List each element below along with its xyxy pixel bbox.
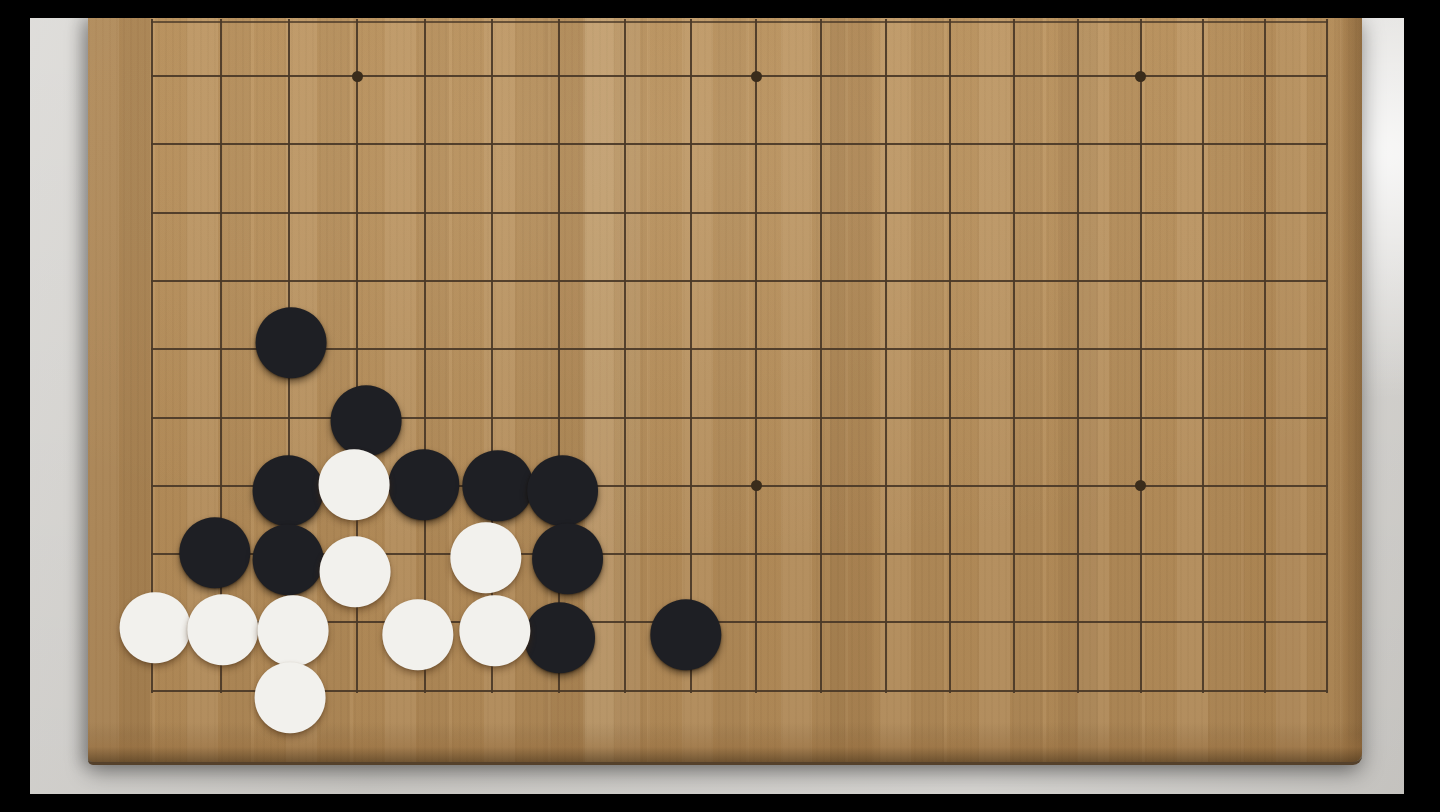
wood-plank-shade: [88, 12, 150, 762]
letterbox-bottom: [0, 794, 1440, 812]
go-board: [88, 12, 1362, 762]
video-frame: ●●●●●●●●●●●●●●●●●●●●: [0, 0, 1440, 812]
wood-plank-shade: [545, 12, 585, 762]
wood-plank-shade: [830, 12, 872, 762]
letterbox-left: [0, 0, 30, 812]
letterbox-right: [1404, 0, 1440, 812]
wood-plank-shade: [1058, 12, 1098, 762]
letterbox-top: [0, 0, 1440, 18]
wood-plank-shade: [585, 12, 640, 762]
wood-plank-shade: [1240, 12, 1300, 762]
board-front-edge: [88, 722, 1362, 765]
board-right-edge: [1334, 12, 1362, 762]
